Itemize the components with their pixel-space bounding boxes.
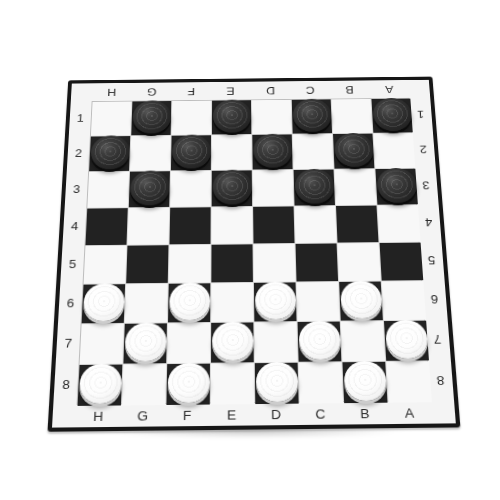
square-h2 <box>89 136 130 171</box>
piece-black-a3 <box>376 167 417 202</box>
piece-white-f8 <box>167 362 209 402</box>
piece-black-d2 <box>253 133 292 167</box>
rank-label-right-1: 1 <box>417 109 425 120</box>
square-d8 <box>255 363 299 404</box>
square-b5 <box>338 243 381 281</box>
square-a8 <box>386 361 432 402</box>
file-label-top-b: B <box>345 84 354 95</box>
checkers-board: HGFEDCBA 12345678 12345678 HGFEDCBA <box>57 58 448 428</box>
piece-white-b8 <box>343 360 387 400</box>
square-h5 <box>84 246 127 284</box>
square-g5 <box>126 245 168 283</box>
square-e1 <box>212 100 251 134</box>
board-mat: HGFEDCBA 12345678 12345678 HGFEDCBA <box>47 77 460 432</box>
rank-label-right-7: 7 <box>434 333 442 346</box>
square-c6 <box>297 282 340 321</box>
square-a1 <box>371 99 412 133</box>
square-a2 <box>373 133 415 168</box>
square-f8 <box>166 364 210 405</box>
square-b7 <box>341 321 385 361</box>
square-g3 <box>129 171 170 207</box>
square-e7 <box>211 322 254 362</box>
square-d1 <box>252 100 292 134</box>
square-g6 <box>125 284 168 323</box>
square-e5 <box>211 244 253 282</box>
piece-white-d6 <box>254 281 296 319</box>
square-c7 <box>298 322 342 362</box>
square-a6 <box>382 281 426 320</box>
file-label-bottom-g: G <box>137 409 148 422</box>
piece-white-d8 <box>255 361 298 401</box>
square-h8 <box>78 365 123 406</box>
square-h1 <box>91 102 132 136</box>
rank-label-left-4: 4 <box>71 220 79 232</box>
square-f2 <box>171 135 211 170</box>
piece-white-h6 <box>82 283 124 321</box>
square-b1 <box>332 99 373 133</box>
square-a4 <box>377 205 420 242</box>
file-label-bottom-d: D <box>271 407 281 420</box>
square-b6 <box>339 282 383 321</box>
square-f7 <box>167 323 210 363</box>
rank-label-left-6: 6 <box>66 297 74 309</box>
piece-black-a1 <box>372 97 412 130</box>
piece-white-f6 <box>169 282 210 320</box>
rank-label-left-3: 3 <box>73 184 81 195</box>
square-e2 <box>212 135 252 170</box>
rank-label-right-8: 8 <box>437 374 446 387</box>
square-g4 <box>127 208 169 245</box>
rank-label-left-7: 7 <box>64 337 72 350</box>
piece-white-a7 <box>384 319 428 358</box>
square-g2 <box>130 136 171 171</box>
square-a7 <box>384 321 429 361</box>
piece-black-g3 <box>129 170 169 205</box>
file-label-bottom-a: A <box>404 406 414 419</box>
rank-label-left-8: 8 <box>62 378 70 391</box>
square-a3 <box>375 169 417 205</box>
square-f1 <box>172 101 212 135</box>
board-grid <box>77 98 431 405</box>
rank-label-left-2: 2 <box>75 148 83 159</box>
piece-white-g7 <box>124 322 166 361</box>
square-d5 <box>254 244 296 282</box>
square-c1 <box>292 99 332 133</box>
file-label-top-d: D <box>266 85 275 96</box>
square-h3 <box>87 172 129 208</box>
square-c4 <box>295 206 337 243</box>
square-c2 <box>293 134 334 169</box>
rank-label-left-1: 1 <box>77 113 84 124</box>
piece-black-c1 <box>292 98 331 131</box>
file-label-top-h: H <box>107 87 116 98</box>
piece-black-c3 <box>294 168 334 203</box>
square-c8 <box>299 362 343 403</box>
square-h6 <box>82 284 125 323</box>
file-label-bottom-b: B <box>360 406 370 419</box>
square-d7 <box>254 322 297 362</box>
rank-label-right-3: 3 <box>422 180 430 191</box>
file-label-bottom-h: H <box>93 409 104 422</box>
rank-label-right-2: 2 <box>420 144 428 155</box>
piece-black-e1 <box>212 99 250 132</box>
piece-black-h2 <box>90 135 130 169</box>
file-label-bottom-c: C <box>315 407 325 420</box>
square-c5 <box>296 243 339 281</box>
piece-black-b2 <box>333 132 373 166</box>
square-b8 <box>342 362 387 403</box>
square-f5 <box>169 245 211 283</box>
rank-label-right-4: 4 <box>425 217 433 229</box>
square-g8 <box>122 364 166 405</box>
square-d4 <box>253 206 294 243</box>
square-f3 <box>170 171 211 207</box>
square-h4 <box>85 208 127 245</box>
square-a5 <box>380 243 424 281</box>
file-label-bottom-f: F <box>183 408 192 421</box>
square-e6 <box>211 283 253 322</box>
piece-black-g1 <box>132 100 171 133</box>
square-d3 <box>253 170 294 206</box>
file-label-top-e: E <box>227 85 235 96</box>
piece-black-e3 <box>212 169 251 204</box>
rank-label-left-5: 5 <box>69 258 77 270</box>
square-d6 <box>254 282 297 321</box>
square-d2 <box>252 134 292 169</box>
square-b3 <box>335 169 377 205</box>
file-label-top-f: F <box>187 86 195 97</box>
square-g7 <box>123 323 167 363</box>
piece-white-b6 <box>340 280 383 318</box>
square-e8 <box>211 363 254 404</box>
rank-label-right-6: 6 <box>431 293 439 305</box>
square-f4 <box>169 207 210 244</box>
square-g1 <box>131 101 171 135</box>
file-label-top-c: C <box>305 85 314 96</box>
product-photo-canvas: HGFEDCBA 12345678 12345678 HGFEDCBA <box>0 0 500 500</box>
rank-label-right-5: 5 <box>428 254 436 266</box>
piece-white-c7 <box>298 320 341 359</box>
square-e4 <box>212 207 253 244</box>
square-f6 <box>168 283 210 322</box>
piece-black-f2 <box>171 134 210 168</box>
square-b2 <box>333 134 374 169</box>
square-c3 <box>294 170 335 206</box>
file-labels-bottom: HGFEDCBA <box>75 401 432 427</box>
square-h7 <box>80 324 124 364</box>
piece-white-h8 <box>78 363 122 403</box>
square-b4 <box>336 206 379 243</box>
square-e3 <box>212 170 252 206</box>
file-label-top-g: G <box>147 86 157 97</box>
file-label-bottom-e: E <box>227 408 236 421</box>
piece-white-e7 <box>212 321 254 360</box>
file-label-top-a: A <box>384 84 393 95</box>
